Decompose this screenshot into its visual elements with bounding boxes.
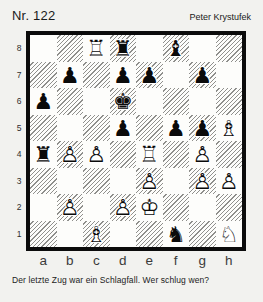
square-c2: [83, 194, 110, 221]
square-e7: ♟♟: [136, 62, 163, 89]
board-area: 87654321 ♜♖♜♜♝♝♟♟♟♟♟♟♟♟♟♟♚♚♟♟♟♟♟♟♝♗♜♜♟♙♟…: [12, 31, 263, 251]
black-pawn-d5: ♟♟: [110, 115, 137, 142]
square-h3: ♟♙: [216, 168, 243, 195]
piece-glyph: ♙: [57, 194, 84, 221]
square-g1: [189, 221, 216, 248]
piece-glyph: ♟: [30, 88, 57, 115]
black-pawn-f5: ♟♟: [163, 115, 190, 142]
piece-glyph: ♚: [110, 88, 137, 115]
square-g4: ♟♙: [189, 141, 216, 168]
file-label-e: e: [136, 253, 163, 268]
square-g3: ♟♙: [189, 168, 216, 195]
white-king-e2: ♚♔: [136, 194, 163, 221]
piece-glyph: ♟: [110, 62, 137, 89]
piece-glyph: ♔: [136, 194, 163, 221]
white-pawn-b2: ♟♙: [57, 194, 84, 221]
file-label-a: a: [30, 253, 57, 268]
square-g8: [189, 35, 216, 62]
square-d3: [110, 168, 137, 195]
square-b7: ♟♟: [57, 62, 84, 89]
piece-glyph: ♗: [83, 221, 110, 248]
black-pawn-e7: ♟♟: [136, 62, 163, 89]
piece-glyph: ♟: [163, 115, 190, 142]
white-knight-h1: ♞♘: [216, 221, 243, 248]
puzzle-page: Nr. 122 Peter Krystufek 87654321 ♜♖♜♜♝♝♟…: [0, 0, 263, 302]
square-a5: [30, 115, 57, 142]
piece-glyph: ♜: [110, 35, 137, 62]
square-a3: [30, 168, 57, 195]
square-g7: ♟♟: [189, 62, 216, 89]
square-c1: ♝♗: [83, 221, 110, 248]
square-d4: [110, 141, 137, 168]
square-h6: [216, 88, 243, 115]
white-rook-c8: ♜♖: [83, 35, 110, 62]
white-rook-e4: ♜♖: [136, 141, 163, 168]
square-c4: ♟♙: [83, 141, 110, 168]
square-a7: [30, 62, 57, 89]
square-b2: ♟♙: [57, 194, 84, 221]
white-pawn-e3: ♟♙: [136, 168, 163, 195]
black-pawn-d7: ♟♟: [110, 62, 137, 89]
square-c5: [83, 115, 110, 142]
rank-label-4: 4: [12, 141, 26, 168]
square-a8: [30, 35, 57, 62]
piece-glyph: ♙: [110, 194, 137, 221]
square-e2: ♚♔: [136, 194, 163, 221]
square-f4: [163, 141, 190, 168]
square-c7: [83, 62, 110, 89]
square-b1: [57, 221, 84, 248]
black-pawn-g5: ♟♟: [189, 115, 216, 142]
rank-labels: 87654321: [12, 31, 26, 247]
square-c6: [83, 88, 110, 115]
square-a1: [30, 221, 57, 248]
white-pawn-d2: ♟♙: [110, 194, 137, 221]
rank-label-2: 2: [12, 194, 26, 221]
square-d8: ♜♜: [110, 35, 137, 62]
file-label-g: g: [189, 253, 216, 268]
puzzle-number: Nr. 122: [12, 8, 55, 23]
header: Nr. 122 Peter Krystufek: [0, 0, 263, 23]
square-d7: ♟♟: [110, 62, 137, 89]
square-b6: [57, 88, 84, 115]
square-e8: [136, 35, 163, 62]
square-g5: ♟♟: [189, 115, 216, 142]
square-a2: [30, 194, 57, 221]
square-g2: [189, 194, 216, 221]
black-rook-d8: ♜♜: [110, 35, 137, 62]
rank-label-6: 6: [12, 88, 26, 115]
piece-glyph: ♟: [57, 62, 84, 89]
square-d2: ♟♙: [110, 194, 137, 221]
square-f8: ♝♝: [163, 35, 190, 62]
piece-glyph: ♖: [136, 141, 163, 168]
square-e3: ♟♙: [136, 168, 163, 195]
square-f3: [163, 168, 190, 195]
white-pawn-c4: ♟♙: [83, 141, 110, 168]
rank-label-8: 8: [12, 35, 26, 62]
square-h5: ♝♗: [216, 115, 243, 142]
square-h4: [216, 141, 243, 168]
author-name: Peter Krystufek: [189, 12, 251, 22]
piece-glyph: ♟: [136, 62, 163, 89]
white-pawn-g4: ♟♙: [189, 141, 216, 168]
piece-glyph: ♙: [83, 141, 110, 168]
piece-glyph: ♗: [216, 115, 243, 142]
black-bishop-f8: ♝♝: [163, 35, 190, 62]
square-a4: ♜♜: [30, 141, 57, 168]
square-e5: [136, 115, 163, 142]
piece-glyph: ♖: [83, 35, 110, 62]
file-label-h: h: [216, 253, 243, 268]
square-f5: ♟♟: [163, 115, 190, 142]
square-h1: ♞♘: [216, 221, 243, 248]
rank-label-7: 7: [12, 62, 26, 89]
piece-glyph: ♙: [136, 168, 163, 195]
black-pawn-g7: ♟♟: [189, 62, 216, 89]
piece-glyph: ♟: [189, 62, 216, 89]
black-rook-a4: ♜♜: [30, 141, 57, 168]
square-a6: ♟♟: [30, 88, 57, 115]
chess-board: ♜♖♜♜♝♝♟♟♟♟♟♟♟♟♟♟♚♚♟♟♟♟♟♟♝♗♜♜♟♙♟♙♜♖♟♙♟♙♟♙…: [26, 31, 246, 251]
piece-glyph: ♟: [189, 115, 216, 142]
piece-glyph: ♞: [163, 221, 190, 248]
piece-glyph: ♘: [216, 221, 243, 248]
rank-label-1: 1: [12, 221, 26, 248]
square-e4: ♜♖: [136, 141, 163, 168]
caption: Der letzte Zug war ein Schlagfall. Wer s…: [12, 275, 263, 285]
white-bishop-h5: ♝♗: [216, 115, 243, 142]
rank-label-3: 3: [12, 168, 26, 195]
square-f6: [163, 88, 190, 115]
file-label-d: d: [110, 253, 137, 268]
piece-glyph: ♙: [57, 141, 84, 168]
piece-glyph: ♟: [110, 115, 137, 142]
square-g6: [189, 88, 216, 115]
black-king-d6: ♚♚: [110, 88, 137, 115]
file-label-f: f: [163, 253, 190, 268]
square-b3: [57, 168, 84, 195]
white-bishop-c1: ♝♗: [83, 221, 110, 248]
file-label-b: b: [57, 253, 84, 268]
square-d6: ♚♚: [110, 88, 137, 115]
white-pawn-b4: ♟♙: [57, 141, 84, 168]
square-f1: ♞♞: [163, 221, 190, 248]
rank-label-5: 5: [12, 115, 26, 142]
piece-glyph: ♙: [216, 168, 243, 195]
file-labels: abcdefgh: [30, 253, 263, 268]
square-d5: ♟♟: [110, 115, 137, 142]
square-h7: [216, 62, 243, 89]
piece-glyph: ♙: [189, 168, 216, 195]
square-c3: [83, 168, 110, 195]
square-b8: [57, 35, 84, 62]
square-e6: [136, 88, 163, 115]
square-c8: ♜♖: [83, 35, 110, 62]
square-f2: [163, 194, 190, 221]
square-h2: [216, 194, 243, 221]
piece-glyph: ♙: [189, 141, 216, 168]
square-e1: [136, 221, 163, 248]
square-h8: [216, 35, 243, 62]
piece-glyph: ♝: [163, 35, 190, 62]
square-d1: [110, 221, 137, 248]
black-pawn-b7: ♟♟: [57, 62, 84, 89]
square-f7: [163, 62, 190, 89]
black-pawn-a6: ♟♟: [30, 88, 57, 115]
file-label-c: c: [83, 253, 110, 268]
white-pawn-g3: ♟♙: [189, 168, 216, 195]
white-pawn-h3: ♟♙: [216, 168, 243, 195]
square-b4: ♟♙: [57, 141, 84, 168]
black-knight-f1: ♞♞: [163, 221, 190, 248]
piece-glyph: ♜: [30, 141, 57, 168]
square-b5: [57, 115, 84, 142]
